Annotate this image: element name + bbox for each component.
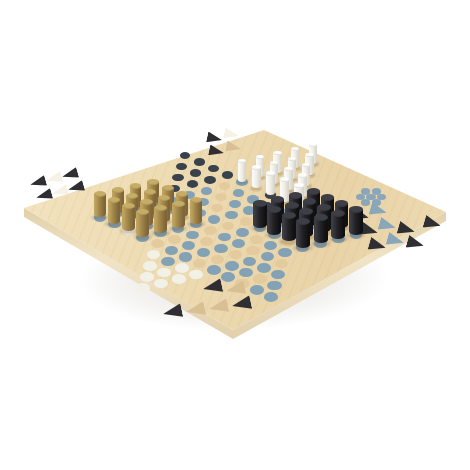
peg-top bbox=[158, 195, 171, 201]
peg-top bbox=[317, 204, 331, 211]
board-hole bbox=[214, 244, 227, 253]
board-hole bbox=[165, 246, 178, 255]
board-hole bbox=[250, 235, 263, 244]
peg-gold[interactable] bbox=[136, 212, 149, 237]
peg-body bbox=[282, 216, 296, 242]
peg-gold[interactable] bbox=[190, 200, 203, 224]
peg-top bbox=[126, 193, 138, 199]
board-hole bbox=[140, 272, 154, 282]
board-hole bbox=[154, 279, 168, 289]
peg-black[interactable] bbox=[267, 210, 281, 235]
peg-top bbox=[266, 171, 275, 176]
board-surface bbox=[0, 0, 470, 470]
board-hole bbox=[225, 211, 237, 220]
board-hole bbox=[168, 235, 181, 244]
peg-top bbox=[252, 165, 261, 169]
peg-top bbox=[94, 191, 106, 197]
board-hole bbox=[239, 268, 253, 278]
board-hole bbox=[246, 246, 259, 255]
peg-top bbox=[321, 194, 334, 201]
peg-top bbox=[349, 206, 363, 213]
peg-body bbox=[190, 200, 203, 224]
board-hole bbox=[264, 292, 279, 302]
board-hole bbox=[151, 239, 164, 248]
board-hole bbox=[215, 193, 227, 201]
board-hole bbox=[219, 182, 230, 190]
triangle-decor bbox=[206, 132, 223, 146]
board-hole bbox=[179, 252, 192, 261]
peg-body bbox=[331, 214, 345, 240]
peg-body bbox=[238, 161, 247, 182]
peg-black[interactable] bbox=[253, 204, 266, 229]
board-hole bbox=[207, 265, 221, 275]
peg-body bbox=[136, 212, 149, 237]
peg-white[interactable] bbox=[266, 173, 275, 195]
board-hole bbox=[197, 248, 210, 257]
board-hole bbox=[236, 228, 249, 237]
peg-top bbox=[271, 196, 284, 203]
board-hole bbox=[211, 255, 225, 264]
peg-top bbox=[298, 173, 307, 178]
peg-body bbox=[154, 208, 167, 233]
board-hole bbox=[161, 257, 175, 266]
board-hole bbox=[278, 248, 291, 257]
peg-body bbox=[349, 210, 363, 235]
peg-top bbox=[294, 183, 303, 188]
peg-top bbox=[154, 205, 167, 212]
peg-top bbox=[273, 151, 281, 155]
chinese-checkers-product-photo bbox=[0, 0, 470, 470]
peg-gold[interactable] bbox=[94, 194, 106, 218]
board-hole bbox=[187, 180, 198, 188]
board-hole bbox=[253, 274, 267, 284]
board-hole bbox=[190, 169, 201, 177]
board-hole bbox=[143, 261, 157, 271]
peg-top bbox=[112, 187, 124, 193]
peg-body bbox=[266, 173, 275, 195]
board-hole bbox=[271, 270, 285, 280]
board-hole bbox=[186, 231, 199, 240]
peg-body bbox=[296, 222, 310, 248]
triangle-decor bbox=[29, 175, 47, 190]
peg-top bbox=[144, 189, 156, 195]
peg-top bbox=[162, 185, 174, 191]
peg-top bbox=[176, 191, 188, 197]
triangle-decor bbox=[45, 171, 63, 186]
board-hole bbox=[175, 263, 189, 273]
board-hole bbox=[243, 257, 257, 266]
peg-top bbox=[190, 197, 203, 203]
board-hole bbox=[204, 176, 215, 184]
peg-top bbox=[307, 188, 320, 194]
peg-top bbox=[309, 143, 317, 147]
peg-black[interactable] bbox=[331, 214, 345, 240]
peg-top bbox=[172, 201, 185, 207]
peg-body bbox=[267, 210, 281, 235]
peg-body bbox=[253, 204, 266, 229]
board-hole bbox=[176, 163, 187, 171]
peg-top bbox=[280, 177, 289, 182]
peg-top bbox=[335, 200, 348, 207]
peg-top bbox=[147, 179, 159, 185]
peg-top bbox=[285, 202, 299, 209]
peg-top bbox=[122, 203, 135, 210]
board-hole bbox=[233, 189, 245, 197]
peg-gold[interactable] bbox=[108, 200, 121, 224]
peg-top bbox=[331, 210, 345, 217]
peg-top bbox=[305, 153, 313, 157]
peg-top bbox=[314, 214, 328, 221]
peg-black[interactable] bbox=[282, 216, 296, 242]
board-hole bbox=[257, 263, 271, 273]
peg-top bbox=[289, 192, 302, 199]
flower-motif-dot bbox=[372, 199, 381, 206]
peg-top bbox=[303, 198, 316, 205]
board-hole bbox=[136, 283, 150, 293]
board-hole bbox=[208, 215, 220, 224]
peg-body bbox=[314, 218, 328, 244]
board-hole bbox=[172, 174, 183, 182]
board-hole bbox=[204, 226, 217, 235]
peg-gold[interactable] bbox=[154, 208, 167, 233]
peg-gold[interactable] bbox=[172, 204, 185, 229]
board-hole bbox=[267, 281, 281, 291]
board-hole bbox=[172, 274, 186, 284]
peg-black[interactable] bbox=[314, 218, 328, 244]
board-hole bbox=[225, 261, 239, 271]
peg-top bbox=[267, 206, 281, 213]
peg-body bbox=[108, 200, 121, 224]
peg-white[interactable] bbox=[238, 161, 247, 182]
triangle-decor bbox=[61, 167, 79, 182]
peg-body bbox=[122, 206, 135, 231]
peg-body bbox=[252, 167, 261, 188]
peg-top bbox=[253, 200, 266, 207]
peg-body bbox=[172, 204, 185, 229]
peg-top bbox=[130, 183, 142, 189]
peg-white[interactable] bbox=[252, 167, 261, 188]
board-hole bbox=[221, 272, 235, 282]
peg-gold[interactable] bbox=[122, 206, 135, 231]
peg-body bbox=[94, 194, 106, 218]
board-hole bbox=[250, 285, 264, 295]
peg-black[interactable] bbox=[296, 222, 310, 248]
peg-top bbox=[282, 212, 296, 219]
flower-motif-dot bbox=[366, 194, 375, 201]
board-hole bbox=[201, 187, 213, 195]
board-hole bbox=[229, 200, 241, 208]
peg-black[interactable] bbox=[349, 210, 363, 235]
peg-top bbox=[140, 199, 153, 205]
board-hole bbox=[194, 158, 205, 165]
board-hole bbox=[240, 217, 252, 226]
